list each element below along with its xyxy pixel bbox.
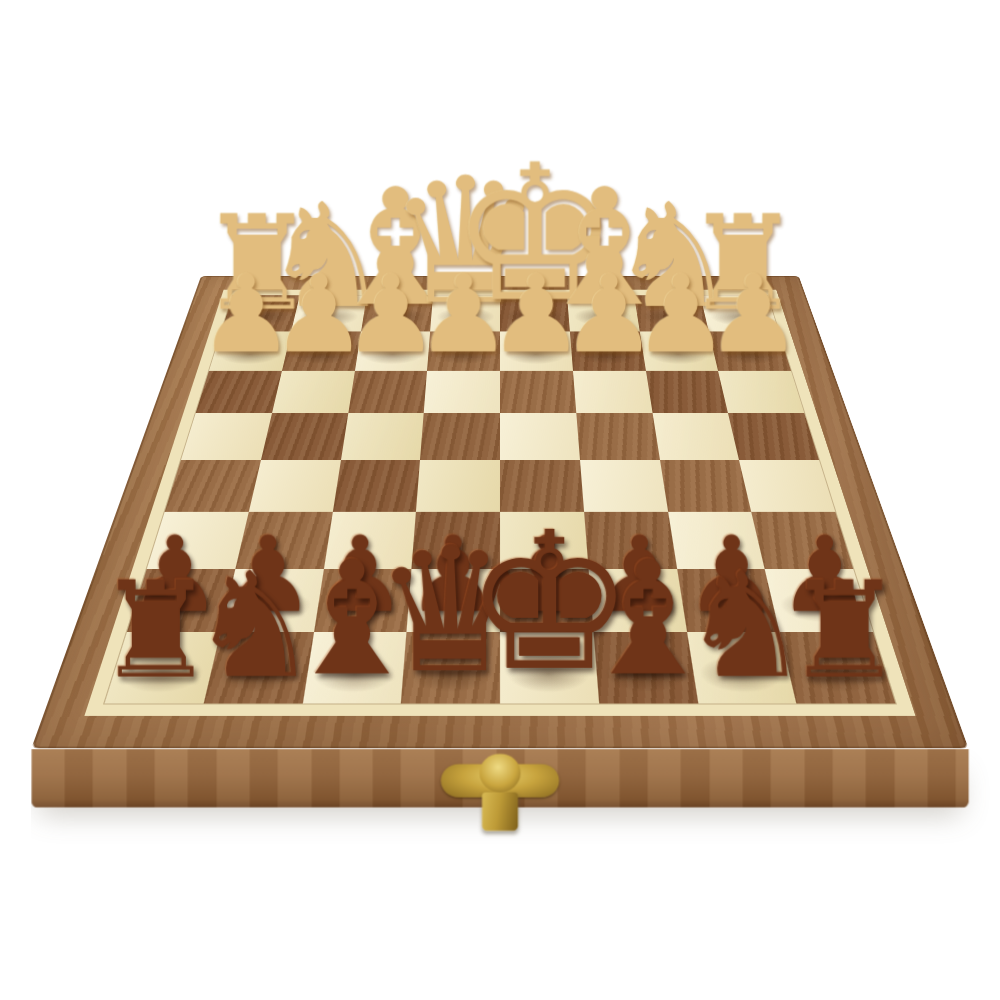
piece-white-pawn[interactable]: ♟ bbox=[709, 331, 791, 370]
chess-set-photo: ♜♞♝♛♚♝♞♜♟♟♟♟♟♟♟♟♟♟♟♟♟♟♟♟♜♞♝♛♚♝♞♜ bbox=[0, 0, 1000, 1000]
clasp-knob bbox=[479, 754, 520, 793]
white-pawn-glyph: ♟ bbox=[706, 260, 802, 367]
chess-board-box: ♜♞♝♛♚♝♞♜♟♟♟♟♟♟♟♟♟♟♟♟♟♟♟♟♜♞♝♛♚♝♞♜ bbox=[31, 276, 968, 749]
box-front-face bbox=[31, 749, 968, 808]
brass-clasp-icon bbox=[441, 754, 559, 834]
piece-black-rook[interactable]: ♜ bbox=[780, 632, 896, 703]
clasp-tab bbox=[482, 792, 518, 831]
piece-black-knight[interactable]: ♞ bbox=[687, 632, 797, 703]
black-rook-glyph: ♜ bbox=[785, 565, 905, 698]
pieces-layer: ♜♞♝♛♚♝♞♜♟♟♟♟♟♟♟♟♟♟♟♟♟♟♟♟♜♞♝♛♚♝♞♜ bbox=[105, 295, 896, 703]
